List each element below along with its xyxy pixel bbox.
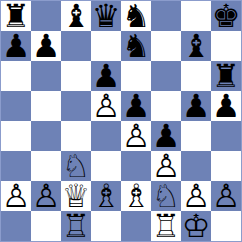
black-pawn-icon: ♟ — [122, 91, 151, 121]
black-pawn-icon: ♟ — [152, 121, 181, 151]
white-bishop-icon: ♗ — [92, 181, 121, 211]
square-d7[interactable] — [91, 31, 121, 61]
square-d1[interactable] — [91, 211, 121, 241]
white-king-icon: ♔ — [182, 211, 211, 241]
square-e3[interactable] — [121, 151, 151, 181]
square-e1[interactable] — [121, 211, 151, 241]
square-e5[interactable]: ♟ — [121, 91, 151, 121]
square-f4[interactable]: ♟ — [151, 121, 181, 151]
square-g6[interactable] — [181, 61, 211, 91]
square-e7[interactable]: ♞ — [121, 31, 151, 61]
square-h7[interactable] — [211, 31, 241, 61]
square-f6[interactable] — [151, 61, 181, 91]
black-pawn-icon: ♟ — [2, 31, 31, 61]
square-h2[interactable]: ♙ — [211, 181, 241, 211]
white-queen-icon: ♕ — [62, 181, 91, 211]
square-c8[interactable]: ♝ — [61, 1, 91, 31]
square-e8[interactable]: ♞ — [121, 1, 151, 31]
square-a6[interactable] — [1, 61, 31, 91]
square-h5[interactable]: ♟ — [211, 91, 241, 121]
square-c2[interactable]: ♕ — [61, 181, 91, 211]
white-pawn-icon: ♙ — [32, 181, 61, 211]
square-h3[interactable] — [211, 151, 241, 181]
black-bishop-icon: ♝ — [182, 31, 211, 61]
square-e4[interactable]: ♙ — [121, 121, 151, 151]
white-pawn-icon: ♙ — [122, 121, 151, 151]
square-g1[interactable]: ♔ — [181, 211, 211, 241]
black-pawn-icon: ♟ — [212, 91, 241, 121]
black-knight-icon: ♞ — [122, 1, 151, 31]
square-b1[interactable] — [31, 211, 61, 241]
square-b4[interactable] — [31, 121, 61, 151]
square-f8[interactable] — [151, 1, 181, 31]
square-h6[interactable]: ♜ — [211, 61, 241, 91]
square-f7[interactable] — [151, 31, 181, 61]
square-f1[interactable]: ♖ — [151, 211, 181, 241]
square-b5[interactable] — [31, 91, 61, 121]
square-d2[interactable]: ♗ — [91, 181, 121, 211]
square-c5[interactable] — [61, 91, 91, 121]
square-b3[interactable] — [31, 151, 61, 181]
square-a2[interactable]: ♙ — [1, 181, 31, 211]
square-a5[interactable] — [1, 91, 31, 121]
square-b6[interactable] — [31, 61, 61, 91]
white-bishop-icon: ♗ — [122, 181, 151, 211]
square-g8[interactable] — [181, 1, 211, 31]
square-a7[interactable]: ♟ — [1, 31, 31, 61]
black-bishop-icon: ♝ — [62, 1, 91, 31]
square-d8[interactable]: ♛ — [91, 1, 121, 31]
white-pawn-icon: ♙ — [152, 151, 181, 181]
square-c6[interactable] — [61, 61, 91, 91]
black-rook-icon: ♜ — [2, 1, 31, 31]
square-g3[interactable] — [181, 151, 211, 181]
square-g4[interactable] — [181, 121, 211, 151]
square-c3[interactable]: ♘ — [61, 151, 91, 181]
square-c4[interactable] — [61, 121, 91, 151]
square-a4[interactable] — [1, 121, 31, 151]
white-knight-icon: ♘ — [62, 151, 91, 181]
black-pawn-icon: ♟ — [182, 91, 211, 121]
square-f3[interactable]: ♙ — [151, 151, 181, 181]
black-king-icon: ♚ — [212, 1, 241, 31]
square-f2[interactable]: ♘ — [151, 181, 181, 211]
square-a8[interactable]: ♜ — [1, 1, 31, 31]
square-g7[interactable]: ♝ — [181, 31, 211, 61]
square-c1[interactable]: ♖ — [61, 211, 91, 241]
square-d5[interactable]: ♙ — [91, 91, 121, 121]
square-e6[interactable] — [121, 61, 151, 91]
square-h8[interactable]: ♚ — [211, 1, 241, 31]
square-e2[interactable]: ♗ — [121, 181, 151, 211]
white-pawn-icon: ♙ — [92, 91, 121, 121]
black-rook-icon: ♜ — [212, 61, 241, 91]
square-d3[interactable] — [91, 151, 121, 181]
black-knight-icon: ♞ — [122, 31, 151, 61]
white-knight-icon: ♘ — [152, 181, 181, 211]
square-h1[interactable] — [211, 211, 241, 241]
white-pawn-icon: ♙ — [182, 181, 211, 211]
chess-board: ♜♝♛♞♚♟♟♞♝♟♜♙♟♟♟♙♟♘♙♙♙♕♗♗♘♙♙♖♖♔ — [0, 0, 242, 242]
black-queen-icon: ♛ — [92, 1, 121, 31]
square-b8[interactable] — [31, 1, 61, 31]
square-b2[interactable]: ♙ — [31, 181, 61, 211]
white-rook-icon: ♖ — [152, 211, 181, 241]
square-a1[interactable] — [1, 211, 31, 241]
square-b7[interactable]: ♟ — [31, 31, 61, 61]
square-h4[interactable] — [211, 121, 241, 151]
white-rook-icon: ♖ — [62, 211, 91, 241]
square-a3[interactable] — [1, 151, 31, 181]
black-pawn-icon: ♟ — [92, 61, 121, 91]
square-g2[interactable]: ♙ — [181, 181, 211, 211]
white-pawn-icon: ♙ — [212, 181, 241, 211]
white-pawn-icon: ♙ — [2, 181, 31, 211]
square-g5[interactable]: ♟ — [181, 91, 211, 121]
board-grid: ♜♝♛♞♚♟♟♞♝♟♜♙♟♟♟♙♟♘♙♙♙♕♗♗♘♙♙♖♖♔ — [1, 1, 241, 241]
black-pawn-icon: ♟ — [32, 31, 61, 61]
square-f5[interactable] — [151, 91, 181, 121]
square-c7[interactable] — [61, 31, 91, 61]
square-d6[interactable]: ♟ — [91, 61, 121, 91]
square-d4[interactable] — [91, 121, 121, 151]
